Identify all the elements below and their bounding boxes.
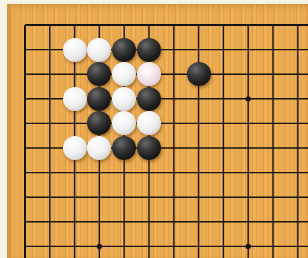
go-board[interactable] (7, 4, 308, 258)
white-stone (112, 62, 136, 86)
black-stone (137, 38, 161, 62)
black-stone (112, 136, 136, 160)
white-stone (137, 111, 161, 135)
white-stone (112, 87, 136, 111)
white-stone (63, 136, 87, 160)
page-background (0, 0, 308, 258)
black-stone (112, 38, 136, 62)
black-stone (87, 62, 111, 86)
black-stone (187, 62, 211, 86)
white-stone (112, 111, 136, 135)
white-stone (87, 136, 111, 160)
white-stone (87, 38, 111, 62)
black-stone (87, 111, 111, 135)
black-stone (137, 87, 161, 111)
white-stone (63, 38, 87, 62)
black-stone (137, 136, 161, 160)
white-stone (63, 87, 87, 111)
white-stone-last-move (137, 62, 161, 86)
board-intersections (13, 13, 308, 258)
black-stone (87, 87, 111, 111)
